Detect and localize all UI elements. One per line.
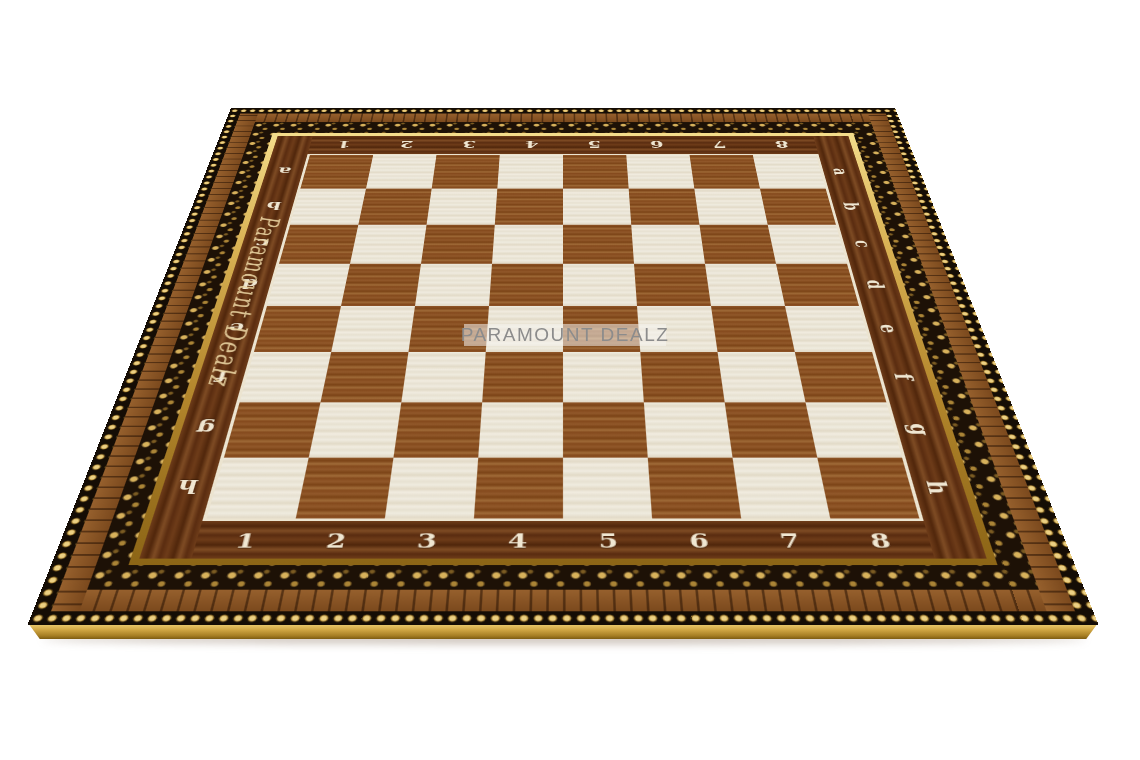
file-labels-top: 12345678 [310, 136, 816, 154]
square-f2 [320, 352, 408, 402]
square-a2 [366, 155, 436, 188]
file-bottom-label-3: 3 [379, 521, 474, 559]
square-f5 [563, 352, 644, 402]
square-f4 [482, 352, 563, 402]
file-top-label-5: 5 [563, 136, 626, 154]
file-top-label-3: 3 [437, 136, 501, 154]
square-b2 [358, 189, 431, 225]
square-g3 [393, 402, 482, 457]
square-h1 [207, 458, 309, 519]
file-bottom-label-6: 6 [652, 521, 747, 559]
file-bottom-label-7: 7 [742, 521, 839, 559]
square-b7 [694, 189, 767, 225]
rank-right-label-f: f [861, 363, 949, 392]
file-top-label-1: 1 [310, 136, 377, 154]
frame-wood-border-bottom [51, 590, 1075, 612]
rank-right-label-b: b [816, 196, 889, 216]
square-d6 [634, 264, 711, 306]
square-g7 [725, 402, 818, 457]
square-c6 [631, 225, 705, 264]
rank-right-label-g: g [875, 414, 967, 445]
square-a4 [497, 155, 563, 188]
square-f7 [718, 352, 806, 402]
square-a5 [563, 155, 629, 188]
chess-board: 12345678 12345678 abcdefgh abcdefgh Para… [27, 108, 1098, 625]
square-h3 [385, 458, 478, 519]
square-e7 [711, 306, 795, 352]
file-top-label-2: 2 [373, 136, 439, 154]
square-c4 [492, 225, 563, 264]
square-c3 [421, 225, 495, 264]
square-d3 [415, 264, 492, 306]
square-f3 [401, 352, 485, 402]
file-bottom-label-2: 2 [287, 521, 384, 559]
square-g2 [309, 402, 402, 457]
square-a6 [626, 155, 694, 188]
rank-right-label-h: h [891, 470, 988, 505]
square-d2 [341, 264, 421, 306]
file-bottom-label-8: 8 [831, 521, 931, 559]
square-g5 [563, 402, 648, 457]
file-labels-bottom: 12345678 [195, 521, 931, 559]
square-a3 [432, 155, 500, 188]
file-bottom-label-5: 5 [563, 521, 655, 559]
square-c5 [563, 225, 634, 264]
square-c2 [350, 225, 427, 264]
file-bottom-label-4: 4 [471, 521, 563, 559]
square-a1 [300, 155, 373, 188]
watermark-badge: PARAMOUNT DEALZ [464, 324, 666, 346]
rank-right-label-e: e [849, 316, 933, 342]
square-a7 [690, 155, 760, 188]
square-h5 [563, 458, 652, 519]
square-g1 [224, 402, 321, 457]
file-bottom-label-1: 1 [195, 521, 295, 559]
file-top-label-7: 7 [687, 136, 753, 154]
square-h2 [296, 458, 394, 519]
square-b1 [290, 189, 366, 225]
square-b4 [495, 189, 563, 225]
square-d7 [705, 264, 785, 306]
frame-wood-border-top [237, 114, 889, 123]
square-g4 [478, 402, 563, 457]
square-e2 [331, 306, 415, 352]
file-top-label-6: 6 [625, 136, 689, 154]
square-g6 [644, 402, 733, 457]
rank-right-label-d: d [837, 273, 917, 297]
photo-background: 12345678 12345678 abcdefgh abcdefgh Para… [0, 0, 1140, 760]
rank-right-label-c: c [826, 233, 902, 255]
file-top-label-8: 8 [749, 136, 816, 154]
square-c1 [279, 225, 358, 264]
square-b6 [629, 189, 700, 225]
square-e1 [254, 306, 341, 352]
file-top-label-4: 4 [500, 136, 563, 154]
square-f6 [640, 352, 724, 402]
perspective-scene: 12345678 12345678 abcdefgh abcdefgh Para… [0, 0, 1140, 760]
square-c7 [699, 225, 776, 264]
square-f1 [240, 352, 332, 402]
square-b3 [427, 189, 498, 225]
square-d5 [563, 264, 637, 306]
watermark-text: PARAMOUNT DEALZ [461, 324, 670, 346]
square-d1 [267, 264, 350, 306]
square-h6 [648, 458, 741, 519]
square-d4 [489, 264, 563, 306]
rank-right-label-a: a [807, 162, 877, 181]
square-h4 [474, 458, 563, 519]
square-b5 [563, 189, 631, 225]
square-h7 [733, 458, 831, 519]
